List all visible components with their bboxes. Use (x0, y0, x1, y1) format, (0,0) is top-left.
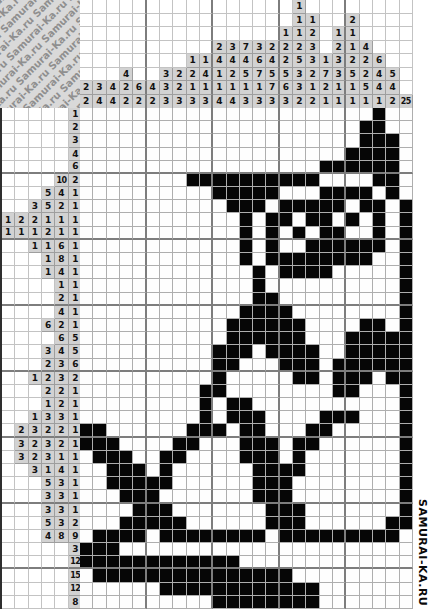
grid-cell[interactable] (213, 253, 226, 266)
grid-cell[interactable] (80, 306, 93, 319)
grid-cell[interactable] (120, 306, 133, 319)
grid-cell[interactable] (240, 319, 253, 332)
grid-cell[interactable] (333, 504, 346, 517)
grid-cell[interactable] (107, 504, 120, 517)
grid-cell[interactable] (227, 583, 240, 596)
grid-cell[interactable] (173, 240, 186, 253)
grid-cell[interactable] (120, 385, 133, 398)
grid-cell[interactable] (293, 543, 306, 556)
grid-cell[interactable] (400, 424, 413, 437)
grid-cell[interactable] (147, 213, 160, 226)
grid-cell[interactable] (120, 517, 133, 530)
grid-cell[interactable] (280, 187, 293, 200)
grid-cell[interactable] (107, 345, 120, 358)
grid-cell[interactable] (346, 490, 359, 503)
grid-cell[interactable] (107, 438, 120, 451)
grid-cell[interactable] (200, 161, 213, 174)
grid-cell[interactable] (360, 424, 373, 437)
grid-cell[interactable] (200, 359, 213, 372)
grid-cell[interactable] (227, 266, 240, 279)
grid-cell[interactable] (373, 517, 386, 530)
grid-cell[interactable] (280, 279, 293, 292)
grid-cell[interactable] (173, 424, 186, 437)
grid-cell[interactable] (227, 279, 240, 292)
grid-cell[interactable] (320, 477, 333, 490)
grid-cell[interactable] (93, 530, 106, 543)
grid-cell[interactable] (280, 411, 293, 424)
grid-cell[interactable] (253, 398, 266, 411)
grid-cell[interactable] (133, 451, 146, 464)
grid-cell[interactable] (200, 569, 213, 582)
grid-cell[interactable] (346, 121, 359, 134)
grid-cell[interactable] (373, 148, 386, 161)
grid-cell[interactable] (293, 583, 306, 596)
grid-cell[interactable] (253, 517, 266, 530)
grid-cell[interactable] (93, 293, 106, 306)
grid-cell[interactable] (253, 490, 266, 503)
grid-cell[interactable] (293, 438, 306, 451)
grid-cell[interactable] (187, 227, 200, 240)
grid-cell[interactable] (333, 438, 346, 451)
grid-cell[interactable] (240, 424, 253, 437)
grid-cell[interactable] (293, 517, 306, 530)
grid-cell[interactable] (293, 213, 306, 226)
grid-cell[interactable] (320, 385, 333, 398)
grid-cell[interactable] (266, 345, 279, 358)
grid-cell[interactable] (373, 372, 386, 385)
grid-cell[interactable] (240, 359, 253, 372)
grid-cell[interactable] (373, 253, 386, 266)
grid-cell[interactable] (120, 372, 133, 385)
grid-cell[interactable] (107, 359, 120, 372)
grid-cell[interactable] (160, 504, 173, 517)
grid-cell[interactable] (280, 451, 293, 464)
grid-cell[interactable] (400, 359, 413, 372)
grid-cell[interactable] (93, 319, 106, 332)
grid-cell[interactable] (213, 372, 226, 385)
grid-cell[interactable] (400, 517, 413, 530)
grid-cell[interactable] (240, 134, 253, 147)
grid-cell[interactable] (266, 596, 279, 609)
grid-cell[interactable] (187, 359, 200, 372)
grid-cell[interactable] (373, 530, 386, 543)
grid-cell[interactable] (320, 227, 333, 240)
grid-cell[interactable] (227, 174, 240, 187)
grid-cell[interactable] (333, 161, 346, 174)
grid-cell[interactable] (320, 279, 333, 292)
grid-cell[interactable] (200, 385, 213, 398)
grid-cell[interactable] (320, 345, 333, 358)
grid-cell[interactable] (280, 596, 293, 609)
grid-cell[interactable] (333, 556, 346, 569)
grid-cell[interactable] (213, 359, 226, 372)
grid-cell[interactable] (173, 187, 186, 200)
grid-cell[interactable] (173, 279, 186, 292)
grid-cell[interactable] (346, 411, 359, 424)
grid-cell[interactable] (80, 345, 93, 358)
grid-cell[interactable] (160, 332, 173, 345)
grid-cell[interactable] (80, 121, 93, 134)
grid-cell[interactable] (107, 200, 120, 213)
grid-cell[interactable] (346, 240, 359, 253)
grid-cell[interactable] (147, 438, 160, 451)
grid-cell[interactable] (133, 530, 146, 543)
grid-cell[interactable] (120, 424, 133, 437)
grid-cell[interactable] (346, 359, 359, 372)
grid-cell[interactable] (160, 121, 173, 134)
grid-cell[interactable] (386, 227, 399, 240)
grid-cell[interactable] (373, 319, 386, 332)
grid-cell[interactable] (306, 121, 319, 134)
grid-cell[interactable] (93, 464, 106, 477)
grid-cell[interactable] (360, 306, 373, 319)
grid-cell[interactable] (240, 464, 253, 477)
grid-cell[interactable] (240, 332, 253, 345)
grid-cell[interactable] (213, 240, 226, 253)
grid-cell[interactable] (386, 240, 399, 253)
grid-cell[interactable] (147, 266, 160, 279)
grid-cell[interactable] (120, 240, 133, 253)
grid-cell[interactable] (400, 227, 413, 240)
grid-cell[interactable] (280, 213, 293, 226)
grid-cell[interactable] (280, 253, 293, 266)
grid-cell[interactable] (386, 477, 399, 490)
grid-cell[interactable] (253, 227, 266, 240)
grid-cell[interactable] (187, 477, 200, 490)
grid-cell[interactable] (306, 187, 319, 200)
grid-cell[interactable] (306, 345, 319, 358)
grid-cell[interactable] (93, 438, 106, 451)
grid-cell[interactable] (227, 411, 240, 424)
grid-cell[interactable] (93, 490, 106, 503)
grid-cell[interactable] (147, 583, 160, 596)
grid-cell[interactable] (147, 174, 160, 187)
grid-cell[interactable] (373, 424, 386, 437)
grid-cell[interactable] (133, 438, 146, 451)
grid-cell[interactable] (293, 108, 306, 121)
grid-cell[interactable] (213, 134, 226, 147)
grid-cell[interactable] (293, 293, 306, 306)
grid-cell[interactable] (187, 345, 200, 358)
grid-cell[interactable] (160, 187, 173, 200)
grid-cell[interactable] (213, 108, 226, 121)
grid-cell[interactable] (346, 332, 359, 345)
grid-cell[interactable] (306, 385, 319, 398)
grid-cell[interactable] (107, 530, 120, 543)
grid-cell[interactable] (240, 543, 253, 556)
grid-cell[interactable] (266, 134, 279, 147)
grid-cell[interactable] (120, 108, 133, 121)
grid-cell[interactable] (120, 200, 133, 213)
grid-cell[interactable] (253, 266, 266, 279)
grid-cell[interactable] (386, 451, 399, 464)
grid-cell[interactable] (280, 543, 293, 556)
grid-cell[interactable] (107, 227, 120, 240)
grid-cell[interactable] (200, 332, 213, 345)
grid-cell[interactable] (80, 583, 93, 596)
grid-cell[interactable] (240, 372, 253, 385)
grid-cell[interactable] (266, 266, 279, 279)
grid-cell[interactable] (346, 583, 359, 596)
grid-cell[interactable] (147, 504, 160, 517)
grid-cell[interactable] (80, 490, 93, 503)
grid-cell[interactable] (346, 464, 359, 477)
grid-cell[interactable] (93, 517, 106, 530)
grid-cell[interactable] (360, 227, 373, 240)
grid-cell[interactable] (147, 293, 160, 306)
grid-cell[interactable] (147, 477, 160, 490)
grid-cell[interactable] (147, 596, 160, 609)
grid-cell[interactable] (227, 345, 240, 358)
grid-cell[interactable] (253, 424, 266, 437)
grid-cell[interactable] (386, 517, 399, 530)
grid-cell[interactable] (240, 161, 253, 174)
grid-cell[interactable] (346, 424, 359, 437)
grid-cell[interactable] (227, 359, 240, 372)
grid-cell[interactable] (253, 345, 266, 358)
grid-cell[interactable] (147, 556, 160, 569)
grid-cell[interactable] (280, 556, 293, 569)
grid-cell[interactable] (280, 530, 293, 543)
grid-cell[interactable] (80, 596, 93, 609)
grid-cell[interactable] (253, 477, 266, 490)
grid-cell[interactable] (173, 411, 186, 424)
grid-cell[interactable] (346, 174, 359, 187)
grid-cell[interactable] (240, 227, 253, 240)
grid-cell[interactable] (160, 398, 173, 411)
grid-cell[interactable] (187, 490, 200, 503)
grid-cell[interactable] (187, 438, 200, 451)
grid-cell[interactable] (120, 569, 133, 582)
grid-cell[interactable] (346, 266, 359, 279)
grid-cell[interactable] (400, 134, 413, 147)
grid-cell[interactable] (386, 359, 399, 372)
grid-cell[interactable] (213, 332, 226, 345)
grid-cell[interactable] (386, 490, 399, 503)
grid-cell[interactable] (346, 451, 359, 464)
grid-cell[interactable] (93, 266, 106, 279)
grid-cell[interactable] (213, 306, 226, 319)
grid-cell[interactable] (400, 345, 413, 358)
grid-cell[interactable] (360, 556, 373, 569)
grid-cell[interactable] (386, 213, 399, 226)
grid-cell[interactable] (320, 108, 333, 121)
grid-cell[interactable] (266, 240, 279, 253)
grid-cell[interactable] (386, 424, 399, 437)
grid-cell[interactable] (373, 279, 386, 292)
grid-cell[interactable] (320, 359, 333, 372)
grid-cell[interactable] (293, 569, 306, 582)
grid-cell[interactable] (93, 424, 106, 437)
grid-cell[interactable] (306, 398, 319, 411)
grid-cell[interactable] (107, 121, 120, 134)
grid-cell[interactable] (293, 200, 306, 213)
grid-cell[interactable] (133, 187, 146, 200)
grid-cell[interactable] (293, 451, 306, 464)
grid-cell[interactable] (333, 213, 346, 226)
grid-cell[interactable] (373, 490, 386, 503)
grid-cell[interactable] (80, 266, 93, 279)
grid-cell[interactable] (373, 187, 386, 200)
grid-cell[interactable] (120, 530, 133, 543)
grid-cell[interactable] (227, 121, 240, 134)
grid-cell[interactable] (253, 319, 266, 332)
grid-cell[interactable] (133, 148, 146, 161)
grid-cell[interactable] (240, 490, 253, 503)
grid-cell[interactable] (213, 227, 226, 240)
grid-cell[interactable] (306, 583, 319, 596)
grid-cell[interactable] (253, 451, 266, 464)
grid-cell[interactable] (107, 569, 120, 582)
grid-cell[interactable] (360, 451, 373, 464)
grid-cell[interactable] (227, 293, 240, 306)
grid-cell[interactable] (120, 464, 133, 477)
grid-cell[interactable] (160, 174, 173, 187)
grid-cell[interactable] (133, 583, 146, 596)
grid-cell[interactable] (160, 345, 173, 358)
grid-cell[interactable] (400, 530, 413, 543)
grid-cell[interactable] (120, 174, 133, 187)
grid-cell[interactable] (187, 121, 200, 134)
grid-cell[interactable] (346, 293, 359, 306)
grid-cell[interactable] (227, 517, 240, 530)
grid-cell[interactable] (147, 240, 160, 253)
grid-cell[interactable] (160, 424, 173, 437)
grid-cell[interactable] (253, 253, 266, 266)
grid-cell[interactable] (373, 345, 386, 358)
grid-cell[interactable] (266, 385, 279, 398)
grid-cell[interactable] (147, 253, 160, 266)
grid-cell[interactable] (253, 200, 266, 213)
grid-cell[interactable] (333, 411, 346, 424)
grid-cell[interactable] (227, 438, 240, 451)
grid-cell[interactable] (107, 293, 120, 306)
grid-cell[interactable] (400, 451, 413, 464)
grid-cell[interactable] (173, 530, 186, 543)
grid-cell[interactable] (373, 359, 386, 372)
grid-cell[interactable] (187, 569, 200, 582)
grid-cell[interactable] (386, 583, 399, 596)
grid-cell[interactable] (320, 438, 333, 451)
grid-cell[interactable] (386, 134, 399, 147)
grid-cell[interactable] (173, 385, 186, 398)
grid-cell[interactable] (320, 490, 333, 503)
grid-cell[interactable] (360, 583, 373, 596)
grid-cell[interactable] (187, 411, 200, 424)
grid-cell[interactable] (360, 411, 373, 424)
grid-cell[interactable] (107, 556, 120, 569)
grid-cell[interactable] (320, 583, 333, 596)
grid-cell[interactable] (133, 332, 146, 345)
grid-cell[interactable] (386, 253, 399, 266)
grid-cell[interactable] (133, 477, 146, 490)
grid-cell[interactable] (173, 121, 186, 134)
grid-cell[interactable] (266, 359, 279, 372)
grid-cell[interactable] (386, 556, 399, 569)
grid-cell[interactable] (120, 596, 133, 609)
grid-cell[interactable] (160, 451, 173, 464)
grid-cell[interactable] (227, 372, 240, 385)
grid-cell[interactable] (240, 200, 253, 213)
grid-cell[interactable] (200, 121, 213, 134)
grid-cell[interactable] (227, 451, 240, 464)
grid-cell[interactable] (386, 200, 399, 213)
grid-cell[interactable] (120, 121, 133, 134)
grid-cell[interactable] (200, 372, 213, 385)
grid-cell[interactable] (93, 161, 106, 174)
grid-cell[interactable] (346, 398, 359, 411)
grid-cell[interactable] (93, 556, 106, 569)
grid-cell[interactable] (346, 253, 359, 266)
grid-cell[interactable] (80, 227, 93, 240)
grid-cell[interactable] (253, 372, 266, 385)
grid-cell[interactable] (133, 121, 146, 134)
grid-cell[interactable] (293, 121, 306, 134)
grid-cell[interactable] (253, 583, 266, 596)
grid-cell[interactable] (333, 569, 346, 582)
grid-cell[interactable] (173, 464, 186, 477)
grid-cell[interactable] (213, 596, 226, 609)
grid-cell[interactable] (160, 134, 173, 147)
grid-cell[interactable] (373, 451, 386, 464)
grid-cell[interactable] (187, 332, 200, 345)
grid-cell[interactable] (386, 438, 399, 451)
grid-cell[interactable] (386, 372, 399, 385)
grid-cell[interactable] (147, 121, 160, 134)
grid-cell[interactable] (80, 424, 93, 437)
grid-cell[interactable] (400, 504, 413, 517)
grid-cell[interactable] (200, 345, 213, 358)
grid-cell[interactable] (240, 253, 253, 266)
grid-cell[interactable] (280, 359, 293, 372)
grid-cell[interactable] (360, 332, 373, 345)
grid-cell[interactable] (93, 148, 106, 161)
grid-cell[interactable] (227, 213, 240, 226)
grid-cell[interactable] (200, 451, 213, 464)
grid-cell[interactable] (373, 108, 386, 121)
grid-cell[interactable] (133, 504, 146, 517)
grid-cell[interactable] (147, 543, 160, 556)
grid-cell[interactable] (400, 372, 413, 385)
grid-cell[interactable] (266, 556, 279, 569)
grid-cell[interactable] (187, 200, 200, 213)
grid-cell[interactable] (346, 530, 359, 543)
grid-cell[interactable] (266, 464, 279, 477)
grid-cell[interactable] (187, 187, 200, 200)
grid-cell[interactable] (80, 569, 93, 582)
grid-cell[interactable] (333, 174, 346, 187)
grid-cell[interactable] (213, 279, 226, 292)
grid-cell[interactable] (160, 372, 173, 385)
grid-cell[interactable] (373, 477, 386, 490)
grid-cell[interactable] (187, 148, 200, 161)
grid-cell[interactable] (160, 293, 173, 306)
grid-cell[interactable] (333, 398, 346, 411)
grid-cell[interactable] (200, 464, 213, 477)
grid-cell[interactable] (293, 332, 306, 345)
grid-cell[interactable] (107, 543, 120, 556)
grid-cell[interactable] (107, 213, 120, 226)
grid-cell[interactable] (360, 372, 373, 385)
grid-cell[interactable] (173, 345, 186, 358)
grid-cell[interactable] (400, 583, 413, 596)
grid-cell[interactable] (280, 372, 293, 385)
grid-cell[interactable] (306, 596, 319, 609)
grid-cell[interactable] (400, 596, 413, 609)
grid-cell[interactable] (386, 569, 399, 582)
grid-cell[interactable] (333, 385, 346, 398)
grid-cell[interactable] (107, 332, 120, 345)
